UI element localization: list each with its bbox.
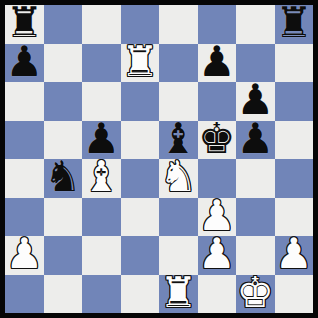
square-c3[interactable]	[82, 198, 121, 237]
square-d4[interactable]	[121, 159, 160, 198]
square-h4[interactable]	[275, 159, 314, 198]
square-h1[interactable]	[275, 275, 314, 314]
square-a1[interactable]	[5, 275, 44, 314]
square-b4[interactable]: ♞	[44, 159, 83, 198]
chess-board-frame: ♜♜♟♜♟♟♟♝♚♟♞♝♞♟♟♟♟♜♚	[0, 0, 318, 318]
white-bishop-c4[interactable]: ♝	[82, 158, 120, 196]
square-e1[interactable]: ♜	[159, 275, 198, 314]
square-b1[interactable]	[44, 275, 83, 314]
square-d2[interactable]	[121, 236, 160, 275]
white-pawn-f2[interactable]: ♟	[198, 235, 236, 273]
white-pawn-h2[interactable]: ♟	[275, 235, 313, 273]
black-rook-h8[interactable]: ♜	[275, 4, 313, 42]
square-h8[interactable]: ♜	[275, 5, 314, 44]
square-a4[interactable]	[5, 159, 44, 198]
square-g1[interactable]: ♚	[236, 275, 275, 314]
black-knight-b4[interactable]: ♞	[44, 158, 82, 196]
square-e4[interactable]: ♞	[159, 159, 198, 198]
square-a5[interactable]	[5, 121, 44, 160]
square-f1[interactable]	[198, 275, 237, 314]
square-b6[interactable]	[44, 82, 83, 121]
square-h7[interactable]	[275, 44, 314, 83]
square-c8[interactable]	[82, 5, 121, 44]
black-pawn-g5[interactable]: ♟	[236, 120, 274, 158]
square-e7[interactable]	[159, 44, 198, 83]
black-pawn-a7[interactable]: ♟	[5, 43, 43, 81]
chess-board: ♜♜♟♜♟♟♟♝♚♟♞♝♞♟♟♟♟♜♚	[5, 5, 313, 313]
square-e8[interactable]	[159, 5, 198, 44]
square-e3[interactable]	[159, 198, 198, 237]
square-f7[interactable]: ♟	[198, 44, 237, 83]
square-c4[interactable]: ♝	[82, 159, 121, 198]
square-g3[interactable]	[236, 198, 275, 237]
square-h6[interactable]	[275, 82, 314, 121]
square-c7[interactable]	[82, 44, 121, 83]
square-f2[interactable]: ♟	[198, 236, 237, 275]
square-a2[interactable]: ♟	[5, 236, 44, 275]
square-b7[interactable]	[44, 44, 83, 83]
square-d3[interactable]	[121, 198, 160, 237]
square-b2[interactable]	[44, 236, 83, 275]
white-knight-e4[interactable]: ♞	[159, 158, 197, 196]
square-d5[interactable]	[121, 121, 160, 160]
square-a7[interactable]: ♟	[5, 44, 44, 83]
black-pawn-f7[interactable]: ♟	[198, 43, 236, 81]
square-b3[interactable]	[44, 198, 83, 237]
square-h2[interactable]: ♟	[275, 236, 314, 275]
square-g5[interactable]: ♟	[236, 121, 275, 160]
white-rook-e1[interactable]: ♜	[159, 274, 197, 312]
square-a6[interactable]	[5, 82, 44, 121]
square-g8[interactable]	[236, 5, 275, 44]
square-h5[interactable]	[275, 121, 314, 160]
square-d1[interactable]	[121, 275, 160, 314]
black-king-f5[interactable]: ♚	[198, 120, 236, 158]
square-f5[interactable]: ♚	[198, 121, 237, 160]
white-rook-d7[interactable]: ♜	[121, 43, 159, 81]
square-b8[interactable]	[44, 5, 83, 44]
square-d7[interactable]: ♜	[121, 44, 160, 83]
square-c2[interactable]	[82, 236, 121, 275]
white-pawn-a2[interactable]: ♟	[5, 235, 43, 273]
square-c1[interactable]	[82, 275, 121, 314]
white-king-g1[interactable]: ♚	[236, 274, 274, 312]
square-d6[interactable]	[121, 82, 160, 121]
square-g4[interactable]	[236, 159, 275, 198]
